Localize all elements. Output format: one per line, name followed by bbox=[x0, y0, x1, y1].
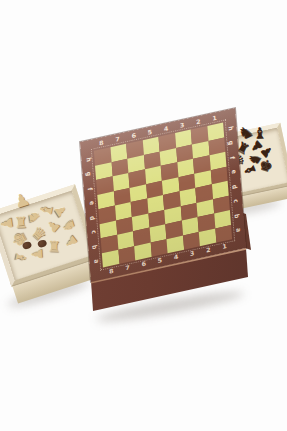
rank-label: 5 bbox=[157, 257, 162, 265]
chess-piece-white-bishop[interactable]: ♝ bbox=[12, 249, 29, 265]
chess-piece-white-rook[interactable]: ♜ bbox=[47, 239, 61, 254]
rank-label: 8 bbox=[109, 268, 114, 276]
file-label: h bbox=[84, 157, 92, 163]
file-label: e bbox=[230, 169, 238, 175]
file-label: c bbox=[90, 230, 98, 235]
chess-piece-white-knight[interactable]: ♞ bbox=[60, 217, 78, 234]
file-label: f bbox=[229, 156, 237, 160]
chess-piece-white-pawn[interactable]: ♟ bbox=[30, 248, 45, 261]
rank-label: 4 bbox=[164, 125, 169, 133]
chess-piece-white-pawn[interactable]: ♟ bbox=[12, 190, 32, 211]
file-label: e bbox=[88, 200, 96, 206]
file-label: c bbox=[232, 199, 240, 204]
rank-label: 4 bbox=[174, 254, 179, 262]
rank-label: 5 bbox=[147, 129, 152, 137]
file-label: a bbox=[234, 228, 242, 234]
file-label: a bbox=[92, 259, 100, 265]
rank-label: 3 bbox=[180, 122, 185, 130]
rank-label: 8 bbox=[99, 139, 104, 147]
rank-label: 1 bbox=[212, 115, 217, 123]
rank-label: 7 bbox=[125, 264, 130, 272]
piece-felt-pad bbox=[37, 239, 48, 248]
file-label: d bbox=[231, 184, 239, 190]
file-label: g bbox=[85, 171, 93, 177]
rank-label: 2 bbox=[196, 118, 201, 126]
chess-piece-white-pawn[interactable]: ♟ bbox=[62, 233, 81, 252]
file-label: b bbox=[233, 213, 241, 219]
rank-label: 6 bbox=[141, 261, 146, 269]
rank-label: 7 bbox=[115, 136, 120, 144]
file-label: h bbox=[226, 126, 234, 132]
rank-label: 3 bbox=[190, 250, 195, 258]
product-photo-scene: ♟♟♜♞♝♟♚♛♟♞♝♟♜♟ ♞♝♟♜♟♛♞♟♝♚♟ 87654321 8765… bbox=[0, 0, 287, 431]
rank-label: 2 bbox=[206, 246, 211, 254]
rank-label: 6 bbox=[131, 132, 136, 140]
file-label: g bbox=[227, 140, 235, 146]
file-label: d bbox=[89, 215, 97, 221]
file-label: f bbox=[86, 187, 94, 191]
chess-piece-black-king[interactable]: ♚ bbox=[257, 157, 274, 175]
file-label: b bbox=[91, 244, 99, 250]
rank-label: 1 bbox=[222, 243, 227, 251]
